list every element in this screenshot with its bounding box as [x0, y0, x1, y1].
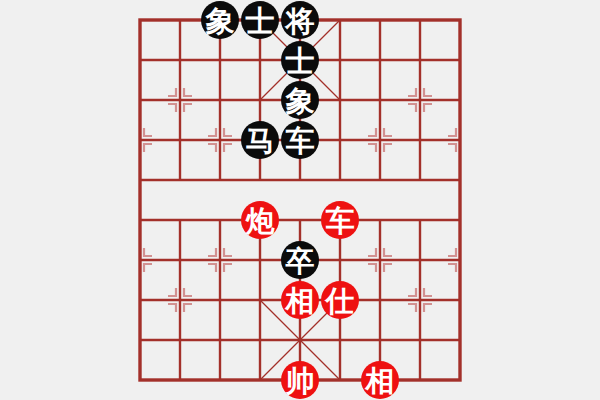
intersection-6-4[interactable]: 卒: [280, 240, 320, 280]
intersection-2-2[interactable]: [200, 80, 240, 120]
intersection-7-6[interactable]: [360, 280, 400, 320]
intersection-4-8[interactable]: [440, 160, 480, 200]
intersection-1-8[interactable]: [440, 40, 480, 80]
intersection-8-4[interactable]: [280, 320, 320, 360]
piece-glyph: 将: [286, 6, 315, 35]
intersection-6-5[interactable]: [320, 240, 360, 280]
black-horse[interactable]: 马: [241, 121, 279, 159]
piece-glyph: 象: [286, 86, 315, 115]
intersection-6-8[interactable]: [440, 240, 480, 280]
intersection-0-0[interactable]: [120, 0, 160, 40]
piece-glyph: 象: [206, 6, 235, 35]
intersection-5-8[interactable]: [440, 200, 480, 240]
intersection-4-2[interactable]: [200, 160, 240, 200]
intersection-2-6[interactable]: [360, 80, 400, 120]
intersection-9-8[interactable]: [440, 360, 480, 400]
intersection-7-3[interactable]: [240, 280, 280, 320]
piece-glyph: 卒: [286, 246, 315, 275]
intersection-2-1[interactable]: [160, 80, 200, 120]
piece-glyph: 士: [286, 46, 315, 75]
intersection-6-6[interactable]: [360, 240, 400, 280]
intersection-4-0[interactable]: [120, 160, 160, 200]
piece-glyph: 车: [326, 206, 355, 235]
piece-glyph: 车: [286, 126, 315, 155]
black-soldier[interactable]: 卒: [281, 241, 319, 279]
intersection-7-4[interactable]: 相: [280, 280, 320, 320]
red-elephant-2[interactable]: 相: [361, 361, 399, 399]
intersection-1-0[interactable]: [120, 40, 160, 80]
piece-glyph: 士: [246, 6, 275, 35]
intersection-5-6[interactable]: [360, 200, 400, 240]
intersection-5-0[interactable]: [120, 200, 160, 240]
intersection-3-4[interactable]: 车: [280, 120, 320, 160]
intersection-4-4[interactable]: [280, 160, 320, 200]
intersection-4-7[interactable]: [400, 160, 440, 200]
intersection-9-5[interactable]: [320, 360, 360, 400]
black-general[interactable]: 将: [281, 1, 319, 39]
intersection-1-7[interactable]: [400, 40, 440, 80]
red-advisor[interactable]: 仕: [321, 281, 359, 319]
intersection-0-8[interactable]: [440, 0, 480, 40]
intersection-2-8[interactable]: [440, 80, 480, 120]
intersection-6-2[interactable]: [200, 240, 240, 280]
intersection-4-1[interactable]: [160, 160, 200, 200]
red-elephant-1[interactable]: 相: [281, 281, 319, 319]
intersection-8-5[interactable]: [320, 320, 360, 360]
intersection-1-1[interactable]: [160, 40, 200, 80]
black-elephant-2[interactable]: 象: [281, 81, 319, 119]
intersection-3-1[interactable]: [160, 120, 200, 160]
intersection-7-8[interactable]: [440, 280, 480, 320]
intersection-1-5[interactable]: [320, 40, 360, 80]
piece-glyph: 相: [366, 366, 395, 395]
black-elephant-1[interactable]: 象: [201, 1, 239, 39]
red-cannon[interactable]: 炮: [241, 201, 279, 239]
intersection-0-4[interactable]: 将: [280, 0, 320, 40]
intersection-9-6[interactable]: 相: [360, 360, 400, 400]
intersection-8-8[interactable]: [440, 320, 480, 360]
intersection-6-3[interactable]: [240, 240, 280, 280]
intersection-8-1[interactable]: [160, 320, 200, 360]
intersection-3-0[interactable]: [120, 120, 160, 160]
intersection-2-5[interactable]: [320, 80, 360, 120]
intersection-9-4[interactable]: 帅: [280, 360, 320, 400]
piece-glyph: 仕: [326, 286, 355, 315]
intersection-3-5[interactable]: [320, 120, 360, 160]
intersection-0-6[interactable]: [360, 0, 400, 40]
black-advisor-1[interactable]: 士: [241, 1, 279, 39]
intersection-5-5[interactable]: 车: [320, 200, 360, 240]
intersection-3-8[interactable]: [440, 120, 480, 160]
intersection-5-1[interactable]: [160, 200, 200, 240]
intersection-2-7[interactable]: [400, 80, 440, 120]
intersection-7-7[interactable]: [400, 280, 440, 320]
intersection-6-7[interactable]: [400, 240, 440, 280]
intersection-0-3[interactable]: 士: [240, 0, 280, 40]
intersection-0-2[interactable]: 象: [200, 0, 240, 40]
intersection-4-5[interactable]: [320, 160, 360, 200]
intersection-8-3[interactable]: [240, 320, 280, 360]
intersection-2-0[interactable]: [120, 80, 160, 120]
intersection-4-3[interactable]: [240, 160, 280, 200]
intersection-2-3[interactable]: [240, 80, 280, 120]
red-general[interactable]: 帅: [281, 361, 319, 399]
intersection-6-1[interactable]: [160, 240, 200, 280]
piece-glyph: 相: [286, 286, 315, 315]
intersection-9-7[interactable]: [400, 360, 440, 400]
intersection-9-0[interactable]: [120, 360, 160, 400]
intersection-0-5[interactable]: [320, 0, 360, 40]
pieces-grid: 象士将士象马车炮车卒相仕帅相: [120, 0, 480, 400]
intersection-7-5[interactable]: 仕: [320, 280, 360, 320]
intersection-1-2[interactable]: [200, 40, 240, 80]
intersection-9-2[interactable]: [200, 360, 240, 400]
piece-glyph: 炮: [246, 206, 275, 235]
intersection-2-4[interactable]: 象: [280, 80, 320, 120]
intersection-8-6[interactable]: [360, 320, 400, 360]
intersection-7-0[interactable]: [120, 280, 160, 320]
intersection-5-2[interactable]: [200, 200, 240, 240]
intersection-3-2[interactable]: [200, 120, 240, 160]
intersection-3-6[interactable]: [360, 120, 400, 160]
intersection-1-4[interactable]: 士: [280, 40, 320, 80]
intersection-7-1[interactable]: [160, 280, 200, 320]
intersection-1-6[interactable]: [360, 40, 400, 80]
black-chariot[interactable]: 车: [281, 121, 319, 159]
intersection-4-6[interactable]: [360, 160, 400, 200]
intersection-3-7[interactable]: [400, 120, 440, 160]
red-chariot[interactable]: 车: [321, 201, 359, 239]
intersection-0-7[interactable]: [400, 0, 440, 40]
intersection-8-0[interactable]: [120, 320, 160, 360]
intersection-0-1[interactable]: [160, 0, 200, 40]
piece-glyph: 马: [246, 126, 275, 155]
piece-glyph: 帅: [286, 366, 315, 395]
intersection-5-7[interactable]: [400, 200, 440, 240]
black-advisor-2[interactable]: 士: [281, 41, 319, 79]
intersection-8-7[interactable]: [400, 320, 440, 360]
intersection-9-1[interactable]: [160, 360, 200, 400]
intersection-5-4[interactable]: [280, 200, 320, 240]
intersection-3-3[interactable]: 马: [240, 120, 280, 160]
intersection-1-3[interactable]: [240, 40, 280, 80]
intersection-6-0[interactable]: [120, 240, 160, 280]
intersection-5-3[interactable]: 炮: [240, 200, 280, 240]
xiangqi-board: 象士将士象马车炮车卒相仕帅相: [0, 0, 600, 400]
intersection-7-2[interactable]: [200, 280, 240, 320]
intersection-8-2[interactable]: [200, 320, 240, 360]
intersection-9-3[interactable]: [240, 360, 280, 400]
